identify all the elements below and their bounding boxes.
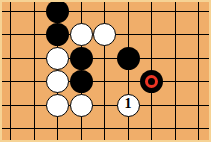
black-stone [70,47,93,70]
grid-line-horizontal-4 [2,105,209,106]
grid-line-horizontal-5 [2,128,209,129]
go-board: 1 [0,0,211,142]
white-stone [46,47,69,70]
red-circle-mark [145,75,158,88]
grid-line-vertical-8 [198,2,199,140]
white-stone [93,23,116,46]
black-stone [46,23,69,46]
grid-line-vertical-1 [34,2,35,140]
move-1-white-stone: 1 [117,94,140,117]
grid-line-vertical-0 [10,2,11,140]
grid-line-vertical-7 [175,2,176,140]
grid-line-horizontal-3 [2,81,209,82]
white-stone [46,70,69,93]
grid-line-horizontal-0 [2,11,209,12]
black-stone [70,70,93,93]
white-stone [70,94,93,117]
grid-line-vertical-5 [128,2,129,140]
black-stone [117,47,140,70]
white-stone [70,23,93,46]
marked-black-stone [140,70,163,93]
grid-line-horizontal-2 [2,58,209,59]
black-stone [46,0,69,23]
move-number-label: 1 [125,97,132,111]
white-stone [46,94,69,117]
